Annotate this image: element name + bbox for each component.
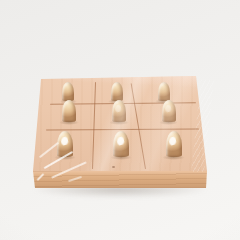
wooden-peg: [62, 82, 74, 101]
product-photo-backdrop: [0, 0, 240, 240]
wooden-peg: [111, 82, 123, 101]
wooden-peg: [166, 131, 182, 157]
wooden-peg: [112, 100, 126, 122]
wooden-peg: [158, 82, 170, 101]
cell-r2c1: [44, 103, 93, 129]
cell-r2c3: [139, 103, 198, 129]
wooden-peg: [62, 100, 76, 122]
wooden-peg: [113, 131, 129, 157]
cell-r3c3: [139, 129, 198, 170]
cell-r1c2: [93, 79, 140, 103]
cell-r3c2: [93, 129, 140, 170]
wooden-peg: [162, 100, 176, 122]
board-grid-3x3: [44, 79, 198, 170]
cell-r2c2: [93, 103, 140, 129]
